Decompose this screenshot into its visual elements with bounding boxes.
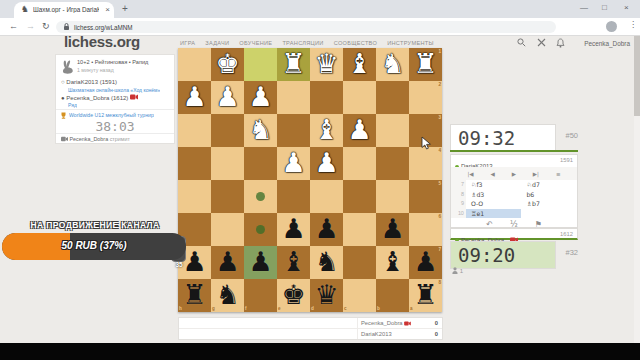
nav-item[interactable]: ТРАНСЛЯЦИИ (282, 40, 323, 46)
square-b6[interactable]: ♟ (376, 213, 409, 246)
search-icon[interactable] (517, 38, 526, 47)
crosstable-row: Pecenka_Dobra 0 (179, 318, 442, 329)
black-player-name[interactable]: Pecenka_Dobra (1612) (66, 95, 128, 101)
square-f1[interactable] (244, 48, 277, 81)
square-b1[interactable]: ♞ (376, 48, 409, 81)
move-list: 7♘f3♘d78♗d3b69O-O♗b710♖e1 (451, 180, 577, 218)
bottom-player-tournament-rank: #32 (548, 248, 578, 257)
piece-wB-c1[interactable]: ♝ (343, 48, 376, 81)
bottom-player-strip[interactable]: Pecenka_Dobra 1612 (450, 228, 578, 240)
piece-bP-e6[interactable]: ♟ (277, 213, 310, 246)
move-hint-dot[interactable] (256, 225, 265, 234)
card-divider (56, 133, 174, 134)
rank-coord: 2 (438, 82, 441, 87)
square-d5[interactable] (310, 180, 343, 213)
square-d7[interactable]: ♞ (310, 246, 343, 279)
top-player-tournament-rank: #50 (548, 131, 578, 140)
overlay-side-tab-label: 35 (169, 261, 189, 268)
tab-title: Шахм.орг - Игра DariaK2013 и Pecenka_Dob… (33, 6, 99, 13)
square-g2[interactable]: ♟ (211, 81, 244, 114)
move-row: 9O-O♗b7 (451, 199, 577, 209)
square-g8[interactable]: ♞g (211, 279, 244, 312)
crosstable-score: 0 (424, 329, 442, 339)
stream-tv-icon (61, 136, 68, 142)
move-number: 8 (451, 190, 466, 200)
rank-coord: 3 (438, 115, 441, 120)
move-row: 10♖e1 (451, 209, 577, 219)
square-a2[interactable]: 2 (409, 81, 442, 114)
spectators-number: 1 (460, 268, 463, 274)
new-tab-button[interactable]: + (122, 3, 128, 14)
square-b8[interactable]: b (376, 279, 409, 312)
square-b7[interactable]: ♝ (376, 246, 409, 279)
square-c4[interactable] (343, 147, 376, 180)
lichess-favicon-icon: ♞ (21, 4, 29, 14)
move-black[interactable] (521, 209, 577, 219)
nav-item[interactable]: ИГРА (180, 40, 195, 46)
white-player-name[interactable]: DariaK2013 (1591) (66, 79, 117, 85)
file-coord: c (344, 306, 347, 311)
move-number: 9 (451, 199, 466, 209)
piece-wR-a1[interactable]: ♜ (409, 48, 442, 81)
rank-coord: 8 (438, 280, 441, 285)
square-c2[interactable] (343, 81, 376, 114)
rank-coord: 6 (438, 214, 441, 219)
mouse-cursor (421, 136, 432, 150)
white-team-link[interactable]: Шахматная онлайн-школа «Ход конём» (68, 87, 160, 93)
square-g4[interactable] (211, 147, 244, 180)
main-nav: ИГРАЗАДАЧИОБУЧЕНИЕТРАНСЛЯЦИИСООБЩЕСТВОИН… (180, 40, 434, 46)
square-h3[interactable] (178, 114, 211, 147)
square-c1[interactable]: ♝ (343, 48, 376, 81)
piece-bP-b6[interactable]: ♟ (376, 213, 409, 246)
streamer-icon (130, 94, 138, 100)
browser-tab[interactable]: ♞ Шахм.орг - Игра DariaK2013 и Pecenka_D… (14, 2, 114, 18)
square-e8[interactable]: ♚e (277, 279, 310, 312)
move-white[interactable]: ♖e1 (466, 209, 522, 219)
black-color-icon: ● (61, 95, 65, 101)
crosstable-player-name[interactable]: Pecenka_Dobra (358, 318, 424, 328)
bottom-player-rating: 1612 (560, 231, 573, 237)
nav-item[interactable]: ИНСТРУМЕНТЫ (387, 40, 434, 46)
donation-progress-bar: 50 RUB (37%) (2, 233, 186, 260)
piece-bK-e8[interactable]: ♚ (277, 279, 310, 312)
square-g1[interactable]: ♚ (211, 48, 244, 81)
piece-bN-g8[interactable]: ♞ (211, 279, 244, 312)
reload-button[interactable]: ↻ (42, 21, 50, 31)
browser-menu-icon[interactable]: ⋮ (629, 20, 637, 29)
streaming-word: стримит (110, 136, 130, 142)
top-player-rating: 1591 (560, 157, 573, 163)
crosstable-player-name[interactable]: DariaK2013 (358, 329, 424, 339)
square-e7[interactable]: ♝ (277, 246, 310, 279)
piece-wP-c3[interactable]: ♟ (343, 114, 376, 147)
square-g5[interactable] (211, 180, 244, 213)
move-controls: |◀◀▶▶|≡ (451, 167, 577, 180)
top-rank-bar (450, 150, 578, 152)
file-coord: g (212, 306, 215, 311)
rapid-rabbit-icon (60, 59, 75, 76)
square-e6[interactable]: ♟ (277, 213, 310, 246)
square-f2[interactable]: ♟ (244, 81, 277, 114)
top-player-clock: 09:32 (450, 124, 556, 152)
piece-bP-d6[interactable]: ♟ (310, 213, 343, 246)
piece-bP-f7[interactable]: ♟ (244, 246, 277, 279)
rank-coord: 1 (438, 49, 441, 54)
square-a5[interactable]: 5 (409, 180, 442, 213)
prev-move-icon[interactable]: ◀ (491, 171, 495, 177)
square-a7[interactable]: ♟7 (409, 246, 442, 279)
square-f5[interactable] (244, 180, 277, 213)
square-e2[interactable] (277, 81, 310, 114)
square-g6[interactable] (211, 213, 244, 246)
piece-wP-e4[interactable]: ♟ (277, 147, 310, 180)
file-coord: e (278, 306, 281, 311)
square-d1[interactable]: ♛ (310, 48, 343, 81)
chess-board[interactable]: ♚♜♛♝♞♜1♟♟♟2♞♝♟3♟♟45♟♟♟6♟♟♟♝♞♝♟7♜h♞gf♚e♛d… (178, 48, 442, 312)
file-coord: a (410, 306, 413, 311)
piece-bP-a7[interactable]: ♟ (409, 246, 442, 279)
square-e5[interactable] (277, 180, 310, 213)
move-hint-dot[interactable] (256, 192, 265, 201)
streaming-player-name[interactable]: Pecenka_Dobra (70, 136, 109, 142)
back-button[interactable]: ← (9, 21, 18, 31)
page-scrollbar[interactable] (634, 36, 640, 343)
square-d2[interactable] (310, 81, 343, 114)
piece-bP-g7[interactable]: ♟ (211, 246, 244, 279)
tab-close-icon[interactable]: × (105, 5, 110, 14)
move-black[interactable]: b6 (521, 190, 577, 200)
tournament-link[interactable]: Worldwide U12 межклубный турнир (69, 112, 154, 118)
donation-progress-label: 50 RUB (37%) (2, 240, 186, 251)
square-a8[interactable]: ♜8a (409, 279, 442, 312)
move-number: 10 (451, 209, 466, 219)
move-black[interactable]: ♗b7 (521, 199, 577, 209)
menu-icon[interactable]: ≡ (556, 171, 561, 177)
file-coord: f (245, 306, 247, 311)
last-move-icon[interactable]: ▶| (533, 171, 539, 177)
file-coord: b (377, 306, 380, 311)
card-divider (56, 109, 174, 110)
white-color-icon: ○ (61, 79, 65, 85)
nav-item[interactable]: СООБЩЕСТВО (334, 40, 377, 46)
square-e1[interactable]: ♜ (277, 48, 310, 81)
move-number: 7 (451, 180, 466, 190)
square-h2[interactable]: ♟ (178, 81, 211, 114)
file-coord: h (179, 306, 182, 311)
square-d3[interactable]: ♝ (310, 114, 343, 147)
square-f7[interactable]: ♟ (244, 246, 277, 279)
square-e4[interactable]: ♟ (277, 147, 310, 180)
screen: ♞ Шахм.орг - Игра DariaK2013 и Pecenka_D… (0, 0, 640, 360)
square-c7[interactable] (343, 246, 376, 279)
square-g3[interactable] (211, 114, 244, 147)
lichess-logo[interactable]: lichess.org (64, 33, 140, 50)
crosstable: Pecenka_Dobra 0DariaK20130 (178, 317, 443, 340)
rank-coord: 4 (438, 148, 441, 153)
scrollbar-thumb[interactable] (634, 36, 640, 116)
square-d8[interactable]: ♛d (310, 279, 343, 312)
square-b5[interactable] (376, 180, 409, 213)
piece-wN-f3[interactable]: ♞ (244, 114, 277, 147)
url-bar[interactable]: lichess.org/wLaMNM (56, 21, 556, 33)
square-e3[interactable] (277, 114, 310, 147)
crosstable-score: 0 (424, 318, 442, 328)
lock-icon (63, 23, 70, 31)
piece-bR-h8[interactable]: ♜ (178, 279, 211, 312)
black-team-link[interactable]: Ряд (68, 102, 77, 108)
piece-wN-b1[interactable]: ♞ (376, 48, 409, 81)
piece-wK-g1[interactable]: ♚ (211, 48, 244, 81)
bottom-black-bar (0, 343, 640, 360)
square-h5[interactable] (178, 180, 211, 213)
window-minimize-button[interactable]: — (580, 3, 588, 12)
square-b3[interactable] (376, 114, 409, 147)
bottom-player-clock: 09:20 (450, 241, 556, 269)
first-move-icon[interactable]: |◀ (467, 171, 473, 177)
square-f4[interactable] (244, 147, 277, 180)
move-white[interactable]: ♗d3 (466, 190, 522, 200)
move-panel: DariaK2013 1591 |◀◀▶▶|≡ 7♘f3♘d78♗d3b69O-… (450, 154, 578, 228)
square-c5[interactable] (343, 180, 376, 213)
piece-wP-f2[interactable]: ♟ (244, 81, 277, 114)
streamer-icon (404, 321, 411, 326)
notifications-bell-icon[interactable] (556, 38, 565, 48)
crosstable-scores-area (179, 329, 358, 339)
piece-wQ-d1[interactable]: ♛ (310, 48, 343, 81)
file-coord: d (311, 306, 314, 311)
white-player-line[interactable]: ○ DariaK2013 (1591) (61, 79, 117, 85)
square-b4[interactable] (376, 147, 409, 180)
square-c8[interactable]: c (343, 279, 376, 312)
piece-bN-d7[interactable]: ♞ (310, 246, 343, 279)
trophy-icon (60, 112, 67, 119)
rank-coord: 5 (438, 181, 441, 186)
square-c3[interactable]: ♟ (343, 114, 376, 147)
game-info-card: 10+2 • Рейтинговая • Рапид 1 минуту наза… (55, 54, 175, 144)
next-move-icon[interactable]: ▶ (512, 171, 516, 177)
donation-title: НА ПРОДВИЖЕНИЕ КАНАЛА (0, 220, 190, 230)
spectator-person-icon (452, 267, 458, 274)
streaming-note[interactable]: Pecenka_Dobra стримит (61, 136, 130, 142)
square-f6[interactable] (244, 213, 277, 246)
square-b2[interactable] (376, 81, 409, 114)
piece-bB-e7[interactable]: ♝ (277, 246, 310, 279)
move-white[interactable]: O-O (466, 199, 522, 209)
square-d4[interactable]: ♟ (310, 147, 343, 180)
piece-bB-b7[interactable]: ♝ (376, 246, 409, 279)
piece-wP-d4[interactable]: ♟ (310, 147, 343, 180)
top-player-strip[interactable]: DariaK2013 1591 (451, 155, 577, 167)
black-player-line[interactable]: ● Pecenka_Dobra (1612) (61, 94, 138, 101)
move-row: 7♘f3♘d7 (451, 180, 577, 190)
game-started-label: 1 минуту назад (77, 67, 114, 73)
header-username[interactable]: Pecenka_Dobra (584, 40, 630, 47)
tournament-clock: 38:03 (56, 119, 174, 134)
move-black[interactable]: ♘d7 (521, 180, 577, 190)
piece-bR-a8[interactable]: ♜ (409, 279, 442, 312)
square-a6[interactable]: 6 (409, 213, 442, 246)
square-h4[interactable] (178, 147, 211, 180)
rank-coord: 7 (438, 247, 441, 252)
square-a1[interactable]: ♜1 (409, 48, 442, 81)
browser-avatar[interactable] (606, 21, 617, 32)
crosstable-row: DariaK20130 (179, 329, 442, 339)
time-control-label: 10+2 • Рейтинговая • Рапид (77, 59, 148, 65)
square-f8[interactable]: f (244, 279, 277, 312)
square-g7[interactable]: ♟ (211, 246, 244, 279)
nav-item[interactable]: ОБУЧЕНИЕ (239, 40, 272, 46)
square-h1[interactable] (178, 48, 211, 81)
move-row: 8♗d3b6 (451, 190, 577, 200)
nav-item[interactable]: ЗАДАЧИ (205, 40, 229, 46)
window-close-button[interactable]: × (624, 3, 629, 12)
piece-wB-d3[interactable]: ♝ (310, 114, 343, 147)
window-maximize-button[interactable]: □ (602, 3, 607, 12)
challenges-icon[interactable] (537, 38, 546, 47)
piece-wR-e1[interactable]: ♜ (277, 48, 310, 81)
spectators-count: 1 (452, 267, 463, 274)
square-h8[interactable]: ♜h (178, 279, 211, 312)
piece-wP-g2[interactable]: ♟ (211, 81, 244, 114)
piece-bQ-d8[interactable]: ♛ (310, 279, 343, 312)
url-text: lichess.org/wLaMNM (74, 24, 132, 31)
piece-wP-h2[interactable]: ♟ (178, 81, 211, 114)
browser-tab-bar: ♞ Шахм.орг - Игра DariaK2013 и Pecenka_D… (0, 0, 640, 18)
square-d6[interactable]: ♟ (310, 213, 343, 246)
move-white[interactable]: ♘f3 (466, 180, 522, 190)
square-c6[interactable] (343, 213, 376, 246)
forward-button[interactable]: → (26, 21, 35, 31)
crosstable-scores-area (179, 318, 358, 328)
square-a4[interactable]: 4 (409, 147, 442, 180)
square-f3[interactable]: ♞ (244, 114, 277, 147)
